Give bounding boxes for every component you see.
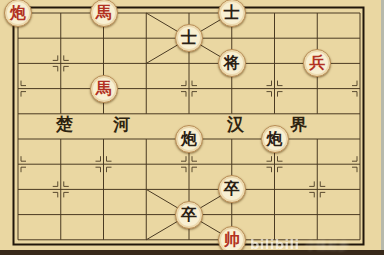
position-marker (267, 92, 272, 97)
position-marker (320, 181, 325, 186)
piece-black-advisor[interactable]: 士 (218, 0, 246, 27)
position-marker (107, 156, 112, 161)
position-marker (192, 167, 197, 172)
piece-black-cannon[interactable]: 炮 (175, 125, 203, 153)
position-marker (192, 92, 197, 97)
piece-red-horse[interactable]: 馬 (90, 0, 118, 27)
position-marker (309, 192, 314, 197)
position-marker (107, 167, 112, 172)
watermark-cjk-blurred-text: 小猿起步 (305, 238, 349, 253)
position-marker (278, 81, 283, 86)
piece-black-soldier[interactable]: 卒 (175, 201, 203, 229)
position-marker (53, 192, 58, 197)
position-marker (267, 156, 272, 161)
position-marker (181, 92, 186, 97)
position-marker (267, 167, 272, 172)
piece-black-soldier[interactable]: 卒 (218, 175, 246, 203)
position-marker (21, 167, 26, 172)
piece-red-cannon[interactable]: 炮 (4, 0, 32, 27)
position-marker (96, 156, 101, 161)
position-marker (21, 92, 26, 97)
position-marker (309, 181, 314, 186)
position-marker (320, 192, 325, 197)
river-label-chu-he: 楚河 (56, 113, 170, 136)
position-marker (53, 55, 58, 60)
position-marker (352, 81, 357, 86)
position-marker (96, 167, 101, 172)
river-label-han-jie: 汉界 (227, 113, 353, 136)
position-marker (53, 181, 58, 186)
position-marker (352, 156, 357, 161)
position-marker (64, 181, 69, 186)
position-marker (352, 92, 357, 97)
position-marker (278, 167, 283, 172)
position-marker (181, 81, 186, 86)
position-marker (267, 81, 272, 86)
position-marker (181, 156, 186, 161)
piece-red-horse[interactable]: 馬 (90, 75, 118, 103)
position-marker (21, 81, 26, 86)
watermark: bilibili 小猿起步 (250, 237, 349, 253)
position-marker (64, 66, 69, 71)
position-marker (192, 81, 197, 86)
position-marker (278, 156, 283, 161)
position-marker (53, 66, 58, 71)
position-marker (181, 167, 186, 172)
xiangqi-app-screen: 楚河 汉界 炮馬士士将兵馬炮炮卒卒帅 bilibili 小猿起步 (0, 0, 384, 255)
piece-black-advisor[interactable]: 士 (175, 24, 203, 52)
position-marker (352, 167, 357, 172)
position-marker (192, 156, 197, 161)
position-marker (278, 92, 283, 97)
position-marker (21, 156, 26, 161)
piece-black-general[interactable]: 将 (218, 49, 246, 77)
position-marker (64, 192, 69, 197)
position-marker (64, 55, 69, 60)
piece-black-cannon[interactable]: 炮 (261, 125, 289, 153)
bilibili-logo-text: bilibili (250, 237, 299, 252)
